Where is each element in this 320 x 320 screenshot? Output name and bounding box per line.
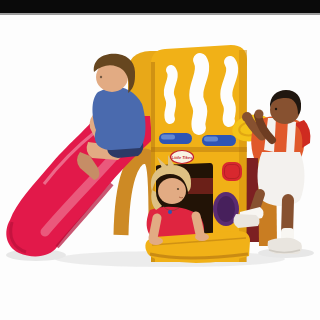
boy-climb-hand-left [242, 112, 252, 122]
girl-hand-left [149, 237, 163, 245]
product-photo: Little Tikes [0, 0, 320, 320]
grab-handle-right-highlight [204, 137, 218, 142]
girl-eye [177, 188, 179, 190]
tower-panel-seam [151, 147, 247, 152]
tower-panel-right-shade [239, 50, 247, 262]
purple-oval-inner [217, 196, 235, 222]
boy-climb-hand-right [255, 110, 264, 119]
letterbox-top [0, 0, 320, 13]
boy-climb-shoe-raised [233, 214, 259, 228]
grab-handle-left-highlight [161, 135, 175, 140]
girl-forearm-right [196, 216, 200, 234]
interior-step [188, 178, 213, 194]
girl-face [158, 178, 186, 204]
girl-necklace-pendant [168, 210, 172, 214]
boy-climb-eye [275, 108, 277, 110]
little-tikes-logo: Little Tikes [171, 151, 194, 164]
letterbox-divider [0, 13, 320, 15]
photo-canvas: Little Tikes [0, 0, 320, 320]
wavy-cutout-right [226, 62, 232, 121]
wavy-cutout-left [169, 70, 173, 119]
wavy-cutout-middle [196, 60, 202, 128]
boy-slide-eye [100, 76, 102, 78]
boy-climb-overalls [258, 152, 305, 206]
girl-forearm-left [153, 218, 157, 238]
logo-text: Little Tikes [172, 155, 194, 160]
girl-hand-right [195, 233, 209, 241]
